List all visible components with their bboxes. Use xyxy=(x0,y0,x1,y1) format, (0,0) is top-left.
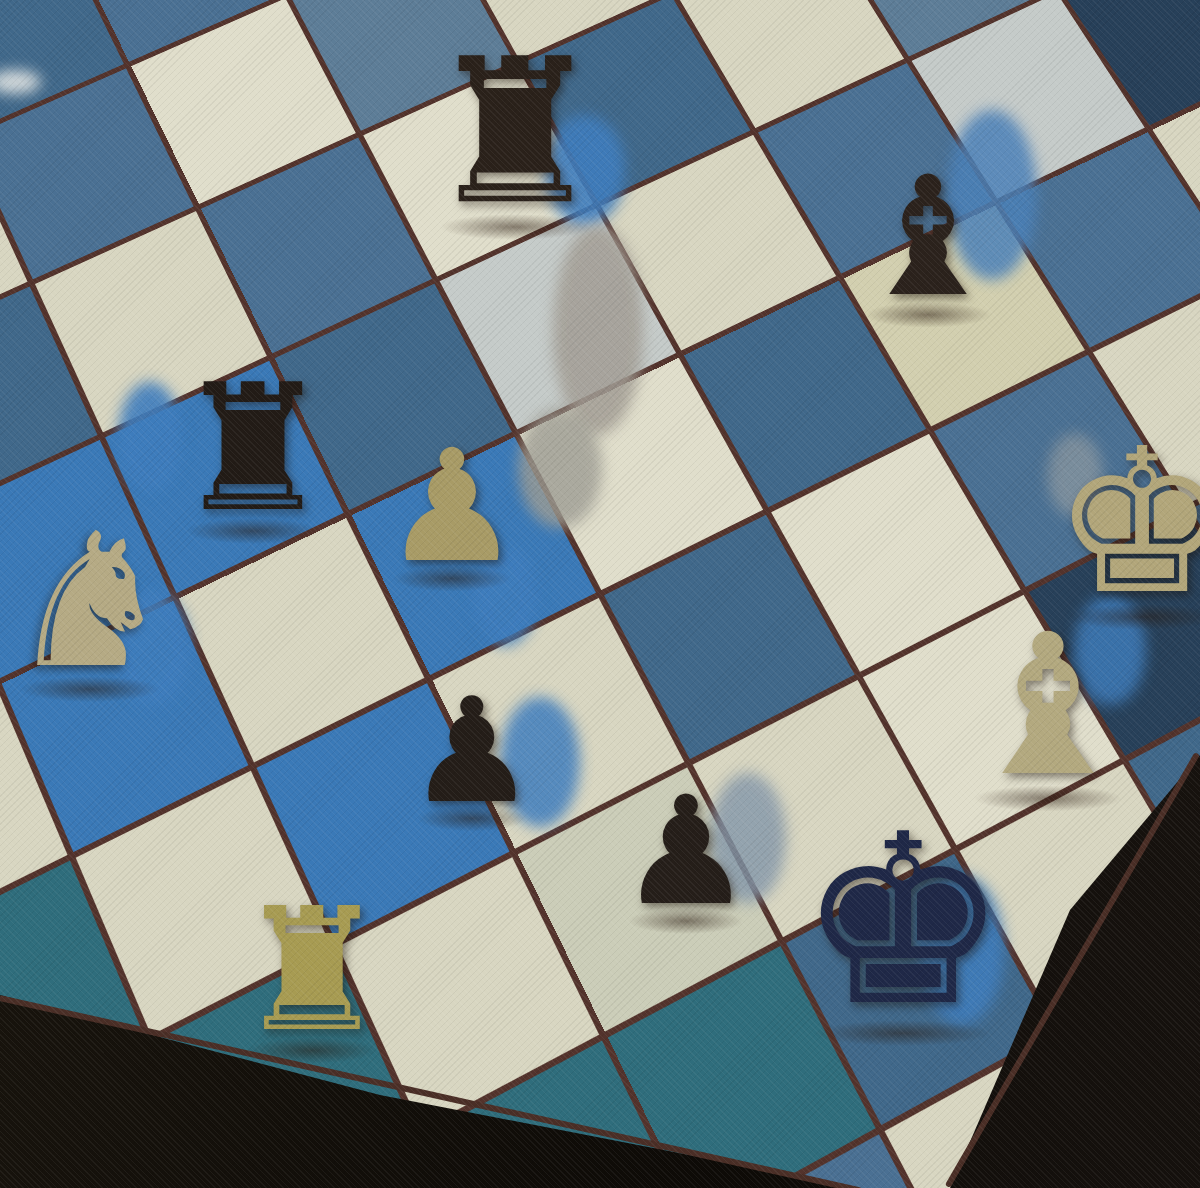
painting-scene: ♜♝♜♞♟♚♝♟♟♚♜ xyxy=(0,0,1200,1188)
white-bishop: ♝ xyxy=(961,608,1136,803)
black-pawn: ♟ xyxy=(407,678,537,823)
black-king: ♚ xyxy=(798,803,1009,1038)
black-rook: ♜ xyxy=(425,32,604,232)
piece-layer: ♜♝♜♞♟♚♝♟♟♚♜ xyxy=(0,0,1200,1188)
white-rook: ♜ xyxy=(236,885,388,1055)
black-bishop: ♝ xyxy=(854,155,1002,320)
white-pawn: ♟ xyxy=(383,429,522,584)
white-knight: ♞ xyxy=(7,509,173,694)
black-pawn: ♟ xyxy=(619,776,753,926)
black-rook: ♜ xyxy=(175,361,332,536)
